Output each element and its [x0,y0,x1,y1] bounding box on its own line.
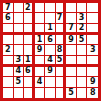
cell-r3c8-given: 2 [77,24,88,35]
cell-r2c9-empty[interactable] [87,13,98,23]
cell-r6c8-empty[interactable] [77,56,88,67]
cell-r9c4-empty[interactable] [35,88,46,98]
cell-r3c3-empty[interactable] [24,24,35,35]
cell-r6c2-given: 3 [14,56,25,67]
cell-r9c3-empty[interactable] [24,88,35,98]
cell-r9c1-empty[interactable] [3,88,14,98]
cell-r3c5-given: 1 [45,24,56,35]
cell-r5c1-given: 2 [3,45,14,55]
cell-r7c5-given: 9 [45,67,56,77]
cell-r3c7-given: 7 [66,24,77,35]
cell-r3c6-empty[interactable] [56,24,67,35]
cell-r6c7-empty[interactable] [66,56,77,67]
cell-r4c3-empty[interactable] [24,35,35,45]
cell-r4c2-empty[interactable] [14,35,25,45]
cell-r4c7-given: 9 [66,35,77,45]
cell-r6c9-empty[interactable] [87,56,98,67]
cell-r1c8-empty[interactable] [77,3,88,13]
cell-r1c3-given: 2 [24,3,35,13]
cell-r3c1-empty[interactable] [3,24,14,35]
cell-r8c2-given: 5 [14,77,25,87]
cell-r7c7-empty[interactable] [66,67,77,77]
cell-r3c2-empty[interactable] [14,24,25,35]
cell-r6c4-empty[interactable] [35,56,46,67]
cell-r3c4-empty[interactable] [35,24,46,35]
cell-r8c8-empty[interactable] [77,77,88,87]
cell-r4c8-given: 5 [77,35,88,45]
cell-r1c6-empty[interactable] [56,3,67,13]
cell-r6c5-given: 4 [45,56,56,67]
cell-r8c6-empty[interactable] [56,77,67,87]
cell-r8c5-empty[interactable] [45,77,56,87]
cell-r6c6-given: 5 [56,56,67,67]
sudoku-board: 7267317216952983314546954958 [0,0,101,101]
cell-r7c6-empty[interactable] [56,67,67,77]
cell-r5c9-given: 3 [87,45,98,55]
cell-r8c4-given: 4 [35,77,46,87]
cell-r6c3-given: 1 [24,56,35,67]
cell-r7c8-empty[interactable] [77,67,88,77]
cell-r4c9-empty[interactable] [87,35,98,45]
cell-r2c6-given: 7 [56,13,67,23]
cell-r9c6-empty[interactable] [56,88,67,98]
cell-r2c2-empty[interactable] [14,13,25,23]
cell-r4c5-given: 6 [45,35,56,45]
cell-r9c5-empty[interactable] [45,88,56,98]
cell-r2c4-empty[interactable] [35,13,46,23]
cell-r4c4-given: 1 [35,35,46,45]
cell-r5c4-given: 9 [35,45,46,55]
cell-r1c1-given: 7 [3,3,14,13]
cell-r2c3-empty[interactable] [24,13,35,23]
cell-r8c3-empty[interactable] [24,77,35,87]
cell-r2c1-given: 6 [3,13,14,23]
cell-r1c5-empty[interactable] [45,3,56,13]
cell-r4c6-empty[interactable] [56,35,67,45]
cell-r5c7-empty[interactable] [66,45,77,55]
cell-r1c7-empty[interactable] [66,3,77,13]
cell-r8c9-given: 9 [87,77,98,87]
cell-r9c7-given: 5 [66,88,77,98]
cell-r7c1-empty[interactable] [3,67,14,77]
cell-r1c4-empty[interactable] [35,3,46,13]
cell-r9c2-empty[interactable] [14,88,25,98]
cell-r4c1-empty[interactable] [3,35,14,45]
cell-r9c8-empty[interactable] [77,88,88,98]
cell-r9c9-given: 8 [87,88,98,98]
cell-r8c1-empty[interactable] [3,77,14,87]
cell-r5c8-empty[interactable] [77,45,88,55]
cell-r7c9-empty[interactable] [87,67,98,77]
cell-r7c2-given: 4 [14,67,25,77]
cell-r8c7-empty[interactable] [66,77,77,87]
cell-r3c9-empty[interactable] [87,24,98,35]
cell-r6c1-empty[interactable] [3,56,14,67]
cell-r7c4-empty[interactable] [35,67,46,77]
cell-r7c3-given: 6 [24,67,35,77]
cell-r1c9-empty[interactable] [87,3,98,13]
cell-r1c2-empty[interactable] [14,3,25,13]
